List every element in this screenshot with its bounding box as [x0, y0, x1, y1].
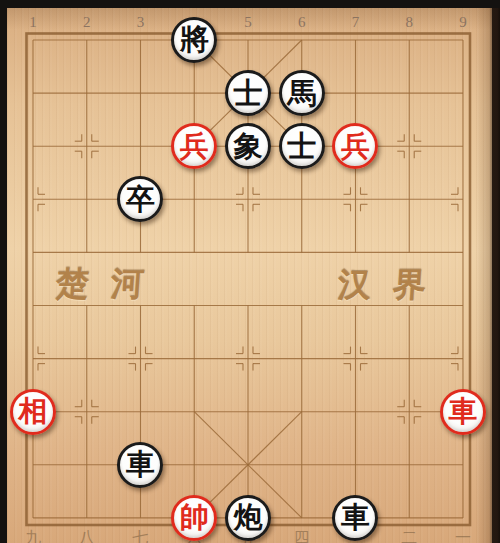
- piece-red-elephant[interactable]: 相: [10, 389, 56, 435]
- piece-black-general[interactable]: 將: [171, 17, 217, 63]
- xiangqi-app: { "game": "xiangqi", "coordinates": { "t…: [0, 0, 500, 543]
- piece-black-advisor[interactable]: 士: [225, 70, 271, 116]
- piece-black-chariot[interactable]: 車: [332, 495, 378, 541]
- piece-black-soldier[interactable]: 卒: [117, 176, 163, 222]
- piece-red-soldier[interactable]: 兵: [332, 123, 378, 169]
- piece-black-chariot[interactable]: 車: [117, 442, 163, 488]
- piece-black-cannon[interactable]: 炮: [225, 495, 271, 541]
- piece-red-soldier[interactable]: 兵: [171, 123, 217, 169]
- piece-black-advisor[interactable]: 士: [279, 123, 325, 169]
- piece-black-horse[interactable]: 馬: [279, 70, 325, 116]
- board[interactable]: 將士馬兵象士兵卒相車車帥炮車: [6, 13, 490, 543]
- piece-red-general[interactable]: 帥: [171, 495, 217, 541]
- piece-red-chariot[interactable]: 車: [440, 389, 486, 435]
- piece-black-elephant[interactable]: 象: [225, 123, 271, 169]
